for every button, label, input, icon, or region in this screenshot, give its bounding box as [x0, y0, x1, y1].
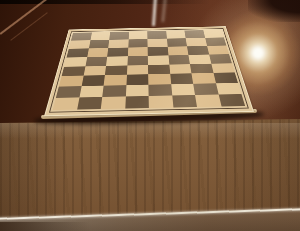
board-square [148, 84, 171, 96]
board-square [148, 55, 169, 65]
foreground-sheen [0, 123, 300, 139]
board-square [59, 76, 83, 87]
board-square [81, 75, 105, 86]
board-square [168, 55, 190, 65]
board-square [106, 56, 127, 66]
chessboard [44, 26, 254, 116]
board-square [125, 96, 149, 108]
top-right-dark-corner [248, 0, 300, 22]
board-square [193, 83, 218, 95]
board-square [53, 98, 79, 111]
board-square [171, 84, 195, 96]
board-square [188, 54, 210, 64]
board-square [169, 64, 192, 74]
board-grid [53, 30, 246, 110]
board-square [127, 65, 149, 75]
board-square [102, 85, 126, 97]
board-square [126, 74, 148, 85]
board-square [216, 83, 242, 95]
lower-edge-corner-shadow [0, 222, 90, 231]
board-square [218, 94, 245, 106]
board-square [105, 65, 127, 75]
board-square [172, 95, 197, 107]
board-square [62, 66, 86, 76]
board-square [85, 56, 107, 66]
board-square [191, 73, 215, 84]
board-square [213, 73, 238, 84]
board-frame-pinstripe [49, 28, 249, 112]
board-square [77, 97, 103, 110]
board-square [64, 57, 87, 67]
board-square [149, 96, 173, 108]
board-square [209, 54, 232, 64]
board-square [190, 63, 213, 73]
board-square [125, 85, 148, 97]
board-square [104, 75, 127, 86]
board-square [170, 74, 193, 85]
board-square [148, 64, 170, 74]
board-square [127, 56, 148, 66]
board-square [101, 97, 126, 110]
photo-scene [0, 0, 300, 231]
board-square [56, 86, 81, 98]
board-square [211, 63, 235, 73]
board-square [79, 86, 104, 98]
board-square [148, 74, 171, 85]
board-square [83, 66, 106, 76]
board-square [195, 95, 221, 107]
